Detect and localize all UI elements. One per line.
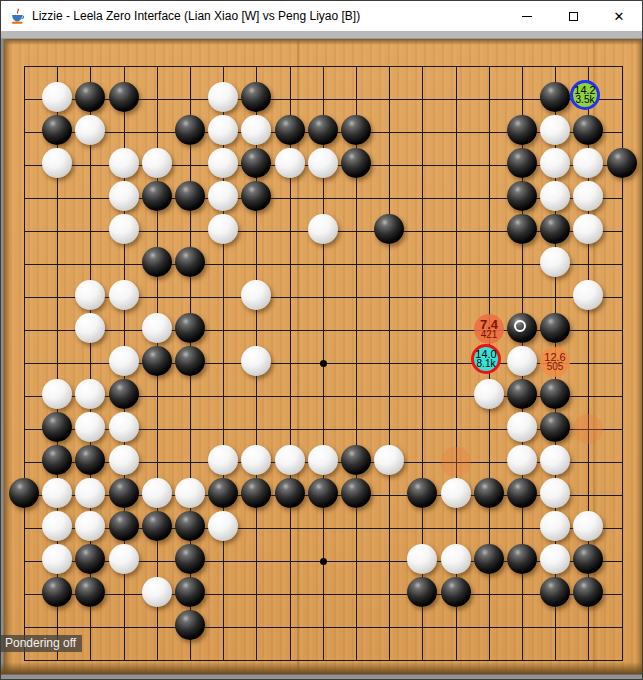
- white-stone: [42, 379, 72, 409]
- white-stone: [109, 445, 139, 475]
- white-stone: [109, 346, 139, 376]
- black-stone: [540, 379, 570, 409]
- black-stone: [175, 346, 205, 376]
- black-stone: [75, 445, 105, 475]
- white-stone: [540, 511, 570, 541]
- window-title: Lizzie - Leela Zero Interface (Lian Xiao…: [32, 9, 504, 23]
- black-stone: [474, 544, 504, 574]
- candidate-visits: 8.1k: [477, 359, 496, 369]
- star-point: [320, 558, 327, 565]
- black-stone: [142, 247, 172, 277]
- white-stone: [573, 214, 603, 244]
- black-stone: [540, 313, 570, 343]
- candidate-winrate: 7.4: [480, 319, 498, 330]
- candidate-visits: 3.5k: [576, 95, 595, 105]
- black-stone: [42, 412, 72, 442]
- white-stone: [540, 148, 570, 178]
- white-stone: [142, 148, 172, 178]
- star-point: [320, 360, 327, 367]
- black-stone: [241, 181, 271, 211]
- white-stone: [75, 280, 105, 310]
- white-stone: [474, 379, 504, 409]
- white-stone: [208, 445, 238, 475]
- black-stone: [42, 115, 72, 145]
- black-stone: [540, 577, 570, 607]
- maximize-button[interactable]: [550, 1, 596, 31]
- white-stone: [142, 478, 172, 508]
- black-stone: [142, 511, 172, 541]
- board-edge-right: [636, 39, 643, 674]
- black-stone: [407, 478, 437, 508]
- black-stone: [241, 82, 271, 112]
- black-stone: [474, 478, 504, 508]
- black-stone: [507, 181, 537, 211]
- lizzie-window: Lizzie - Leela Zero Interface (Lian Xiao…: [0, 0, 643, 680]
- minimize-button[interactable]: [504, 1, 550, 31]
- white-stone: [208, 148, 238, 178]
- black-stone: [75, 82, 105, 112]
- black-stone: [275, 115, 305, 145]
- black-stone: [42, 445, 72, 475]
- white-stone: [75, 511, 105, 541]
- black-stone: [507, 379, 537, 409]
- white-stone: [42, 544, 72, 574]
- black-stone: [341, 478, 371, 508]
- java-icon: [9, 8, 26, 25]
- white-stone: [75, 412, 105, 442]
- white-stone: [208, 511, 238, 541]
- white-stone: [540, 181, 570, 211]
- last-move-marker: [514, 320, 526, 332]
- black-stone: [142, 346, 172, 376]
- black-stone: [507, 544, 537, 574]
- white-stone: [109, 148, 139, 178]
- black-stone: [241, 478, 271, 508]
- black-stone: [241, 148, 271, 178]
- white-stone: [308, 148, 338, 178]
- white-stone: [573, 148, 603, 178]
- faint-candidate-move[interactable]: [441, 447, 471, 477]
- candidate-visits: 505: [547, 362, 564, 372]
- white-stone: [208, 82, 238, 112]
- black-stone: [308, 115, 338, 145]
- white-stone: [109, 181, 139, 211]
- black-stone: [540, 82, 570, 112]
- white-stone: [573, 181, 603, 211]
- go-board[interactable]: 14.23.5k7.442114.08.1k12.6505 Pondering …: [1, 39, 643, 674]
- white-stone: [308, 445, 338, 475]
- black-stone: [109, 379, 139, 409]
- white-stone: [75, 478, 105, 508]
- white-stone: [507, 346, 537, 376]
- white-stone: [374, 445, 404, 475]
- black-stone: [573, 577, 603, 607]
- black-stone: [573, 544, 603, 574]
- white-stone: [109, 412, 139, 442]
- white-stone: [208, 214, 238, 244]
- white-stone: [275, 445, 305, 475]
- black-stone: [109, 478, 139, 508]
- board-edge-top: [1, 39, 643, 45]
- white-stone: [241, 346, 271, 376]
- title-bar: Lizzie - Leela Zero Interface (Lian Xiao…: [1, 1, 642, 31]
- white-stone: [441, 544, 471, 574]
- black-stone: [441, 577, 471, 607]
- minimize-icon: [522, 16, 532, 17]
- black-stone: [75, 544, 105, 574]
- white-stone: [507, 445, 537, 475]
- white-stone: [275, 148, 305, 178]
- white-stone: [241, 115, 271, 145]
- white-stone: [42, 478, 72, 508]
- black-stone: [275, 478, 305, 508]
- white-stone: [208, 181, 238, 211]
- black-stone: [507, 478, 537, 508]
- black-stone: [341, 148, 371, 178]
- white-stone: [540, 544, 570, 574]
- black-stone: [507, 148, 537, 178]
- close-icon: ✕: [614, 10, 625, 23]
- black-stone: [308, 478, 338, 508]
- black-stone: [109, 511, 139, 541]
- black-stone: [374, 214, 404, 244]
- pondering-status: Pondering off: [1, 635, 82, 652]
- black-stone: [407, 577, 437, 607]
- black-stone: [175, 577, 205, 607]
- white-stone: [75, 313, 105, 343]
- candidate-move[interactable]: 14.23.5k: [570, 80, 600, 110]
- candidate-move[interactable]: 7.4421: [474, 314, 504, 344]
- black-stone: [142, 181, 172, 211]
- white-stone: [441, 478, 471, 508]
- black-stone: [9, 478, 39, 508]
- candidate-move[interactable]: 12.6505: [540, 347, 570, 377]
- black-stone: [175, 511, 205, 541]
- black-stone: [607, 148, 637, 178]
- white-stone: [75, 379, 105, 409]
- white-stone: [507, 412, 537, 442]
- white-stone: [241, 280, 271, 310]
- white-stone: [42, 148, 72, 178]
- black-stone: [573, 115, 603, 145]
- board-edge-bottom: [1, 662, 643, 674]
- menu-strip: [1, 31, 642, 39]
- white-stone: [573, 511, 603, 541]
- candidate-visits: 421: [481, 330, 498, 340]
- white-stone: [540, 478, 570, 508]
- black-stone: [75, 577, 105, 607]
- white-stone: [241, 445, 271, 475]
- close-button[interactable]: ✕: [596, 1, 642, 31]
- white-stone: [208, 115, 238, 145]
- white-stone: [42, 82, 72, 112]
- black-stone: [507, 115, 537, 145]
- white-stone: [573, 280, 603, 310]
- black-stone: [175, 610, 205, 640]
- white-stone: [142, 313, 172, 343]
- white-stone: [540, 247, 570, 277]
- black-stone: [109, 82, 139, 112]
- black-stone: [507, 313, 537, 343]
- black-stone: [341, 115, 371, 145]
- white-stone: [142, 577, 172, 607]
- black-stone: [175, 313, 205, 343]
- white-stone: [175, 478, 205, 508]
- white-stone: [540, 445, 570, 475]
- white-stone: [109, 214, 139, 244]
- black-stone: [175, 247, 205, 277]
- black-stone: [540, 412, 570, 442]
- white-stone: [540, 115, 570, 145]
- white-stone: [407, 544, 437, 574]
- candidate-move[interactable]: 14.08.1k: [471, 344, 501, 374]
- black-stone: [507, 214, 537, 244]
- white-stone: [109, 280, 139, 310]
- window-bottom-edge: [1, 674, 642, 680]
- caption-buttons: ✕: [504, 1, 642, 31]
- black-stone: [175, 544, 205, 574]
- black-stone: [341, 445, 371, 475]
- white-stone: [308, 214, 338, 244]
- board-edge-left: [1, 39, 11, 674]
- white-stone: [109, 544, 139, 574]
- black-stone: [540, 214, 570, 244]
- black-stone: [175, 115, 205, 145]
- maximize-icon: [569, 12, 578, 21]
- black-stone: [175, 181, 205, 211]
- black-stone: [42, 577, 72, 607]
- white-stone: [75, 115, 105, 145]
- faint-candidate-move[interactable]: [573, 414, 603, 444]
- white-stone: [42, 511, 72, 541]
- black-stone: [208, 478, 238, 508]
